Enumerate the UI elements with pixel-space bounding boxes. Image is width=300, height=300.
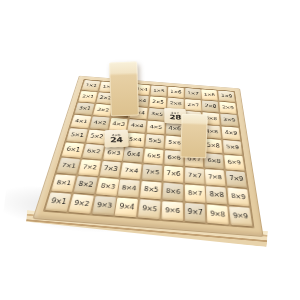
cube-8x6[interactable]: 8×6: [162, 183, 183, 202]
cube-3x9[interactable]: 3×9: [220, 114, 238, 127]
cube-5x9[interactable]: 5×9: [223, 140, 242, 155]
cube-8x3[interactable]: 8×3: [95, 178, 118, 197]
cube-4x9[interactable]: 4×9: [222, 126, 241, 140]
cube-1x8[interactable]: 1×8: [201, 89, 218, 100]
cube-7x9[interactable]: 7×9: [226, 171, 247, 188]
cube-8x9[interactable]: 8×9: [228, 188, 250, 207]
cube-7x5[interactable]: 7×5: [142, 164, 162, 181]
flipped-cube-problem: 4×6: [112, 133, 121, 137]
cube-9x1[interactable]: 9×1: [45, 192, 71, 212]
cube-9x3[interactable]: 9×3: [92, 196, 116, 215]
cube-7x8[interactable]: 7×8: [205, 169, 226, 186]
multiplication-board-tray: 1×11×21×31×41×51×61×71×81×92×12×22×32×42…: [32, 76, 263, 237]
cube-1x5[interactable]: 1×5: [151, 85, 167, 96]
cube-4x2[interactable]: 4×2: [90, 116, 110, 129]
cube-3x5[interactable]: 3×5: [148, 108, 166, 121]
cube-6x3[interactable]: 6×3: [103, 146, 124, 161]
cube-8x1[interactable]: 8×1: [51, 174, 75, 192]
cube-8x4[interactable]: 8×4: [118, 180, 140, 198]
flipped-cube-answer: 28: [169, 114, 181, 121]
cube-2x5[interactable]: 2×5: [149, 96, 166, 108]
cube-9x9[interactable]: 9×9: [229, 207, 252, 227]
cube-9x7[interactable]: 9×7: [185, 203, 206, 223]
cube-4x4[interactable]: 4×4: [127, 119, 146, 133]
cube-8x7[interactable]: 8×7: [184, 185, 205, 203]
cube-2x9[interactable]: 2×9: [220, 102, 237, 114]
cube-4x5[interactable]: 4×5: [147, 121, 165, 134]
cube-1x7[interactable]: 1×7: [185, 88, 201, 100]
flipped-cube-problem: 4×7: [171, 112, 179, 115]
cube-7x1[interactable]: 7×1: [56, 158, 80, 175]
standing-cube-2[interactable]: [180, 114, 208, 159]
cube-8x2[interactable]: 8×2: [73, 176, 97, 194]
cube-9x8[interactable]: 9×8: [207, 204, 229, 224]
cube-6x1[interactable]: 6×1: [62, 142, 84, 158]
cube-1x1[interactable]: 1×1: [82, 80, 101, 91]
cube-6x4[interactable]: 6×4: [123, 147, 143, 163]
cube-7x6[interactable]: 7×6: [163, 166, 183, 183]
cube-8x5[interactable]: 8×5: [140, 181, 161, 199]
cube-9x5[interactable]: 9×5: [138, 199, 161, 219]
cube-8x8[interactable]: 8×8: [206, 186, 227, 204]
flipped-answer-cube[interactable]: 4×624: [104, 130, 128, 148]
cube-7x3[interactable]: 7×3: [99, 161, 121, 178]
cube-7x4[interactable]: 7×4: [120, 162, 142, 179]
product-photo-stage: 1×11×21×31×41×51×61×71×81×92×12×22×32×42…: [0, 0, 300, 300]
cube-1x6[interactable]: 1×6: [168, 87, 184, 98]
cube-7x2[interactable]: 7×2: [78, 160, 100, 176]
cube-9x2[interactable]: 9×2: [68, 194, 93, 214]
cube-5x5[interactable]: 5×5: [145, 134, 164, 149]
cube-grid: 1×11×21×31×41×51×61×71×81×92×12×22×32×42…: [43, 79, 255, 228]
cube-3x1[interactable]: 3×1: [75, 103, 95, 116]
cube-6x5[interactable]: 6×5: [143, 148, 163, 164]
cube-6x2[interactable]: 6×2: [82, 144, 104, 160]
cube-6x8[interactable]: 6×8: [205, 153, 224, 169]
cube-4x1[interactable]: 4×1: [70, 115, 91, 129]
standing-cube-1[interactable]: [109, 62, 139, 117]
flipped-cube-answer: 24: [110, 137, 123, 144]
cube-2x7[interactable]: 2×7: [185, 99, 202, 111]
cube-2x8[interactable]: 2×8: [202, 100, 219, 112]
cube-2x1[interactable]: 2×1: [78, 91, 97, 103]
cube-9x4[interactable]: 9×4: [115, 198, 138, 218]
cube-5x1[interactable]: 5×1: [66, 128, 87, 142]
cube-5x4[interactable]: 5×4: [126, 133, 145, 147]
cube-1x9[interactable]: 1×9: [218, 91, 235, 102]
cube-3x2[interactable]: 3×2: [93, 104, 113, 117]
cube-6x9[interactable]: 6×9: [224, 155, 245, 171]
cube-7x7[interactable]: 7×7: [184, 167, 204, 184]
cube-9x6[interactable]: 9×6: [162, 201, 183, 221]
